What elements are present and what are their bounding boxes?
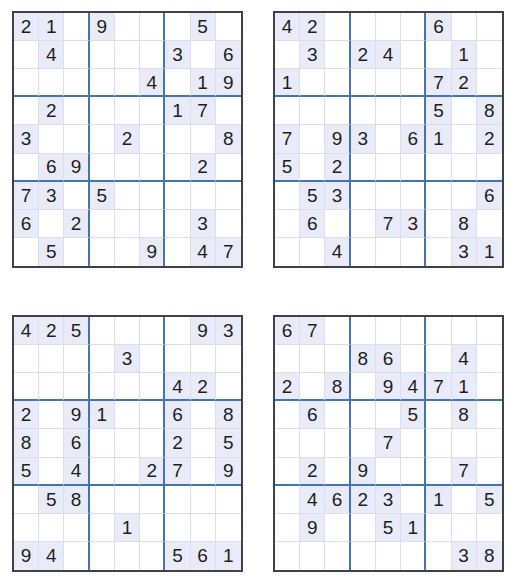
sudoku-cell-r4c3 xyxy=(325,401,350,429)
sudoku-cell-r2c3 xyxy=(64,345,89,373)
sudoku-cell-r7c1 xyxy=(14,486,39,514)
sudoku-cell-r6c5 xyxy=(115,458,140,486)
sudoku-cell-r2c2 xyxy=(39,345,64,373)
sudoku-cell-r6c1: 5 xyxy=(14,458,39,486)
sudoku-cell-r4c8 xyxy=(191,401,216,429)
sudoku-cell-r7c2: 5 xyxy=(300,182,325,210)
sudoku-cell-r1c6 xyxy=(140,13,165,41)
sudoku-cell-r2c4 xyxy=(90,41,115,69)
sudoku-cell-r8c6 xyxy=(140,514,165,542)
sudoku-cell-r9c5 xyxy=(376,542,401,570)
sudoku-cell-r7c2: 5 xyxy=(39,486,64,514)
sudoku-cell-r2c6 xyxy=(401,345,426,373)
sudoku-cell-r6c4 xyxy=(90,154,115,182)
sudoku-cell-r3c9: 9 xyxy=(216,69,241,97)
sudoku-cell-r7c6 xyxy=(401,486,426,514)
sudoku-cell-r2c3 xyxy=(325,41,350,69)
sudoku-cell-r3c5 xyxy=(115,69,140,97)
sudoku-cell-r3c2 xyxy=(300,373,325,401)
sudoku-cell-r8c3 xyxy=(325,210,350,238)
sudoku-cell-r7c9: 6 xyxy=(477,182,502,210)
sudoku-cell-r5c6: 6 xyxy=(401,125,426,153)
sudoku-cell-r3c8: 2 xyxy=(191,373,216,401)
sudoku-cell-r8c7 xyxy=(165,514,190,542)
sudoku-cell-r4c2 xyxy=(300,97,325,125)
sudoku-cell-r8c2: 6 xyxy=(300,210,325,238)
sudoku-cell-r4c9 xyxy=(216,97,241,125)
sudoku-cell-r5c6 xyxy=(140,429,165,457)
sudoku-cell-r3c4 xyxy=(90,69,115,97)
sudoku-cell-r7c3: 8 xyxy=(64,486,89,514)
sudoku-cell-r8c2 xyxy=(39,514,64,542)
sudoku-cell-r5c8 xyxy=(191,429,216,457)
sudoku-cell-r8c6: 3 xyxy=(401,210,426,238)
sudoku-cell-r2c4: 2 xyxy=(351,41,376,69)
sudoku-cell-r7c1: 7 xyxy=(14,182,39,210)
sudoku-cell-r6c9: 9 xyxy=(216,458,241,486)
sudoku-cell-r7c4 xyxy=(90,486,115,514)
sudoku-cell-r7c1 xyxy=(275,182,300,210)
sudoku-cell-r8c9 xyxy=(477,210,502,238)
sudoku-cell-r3c7 xyxy=(165,69,190,97)
sudoku-cell-r7c9 xyxy=(216,486,241,514)
sudoku-cell-r5c4 xyxy=(90,429,115,457)
sudoku-cell-r1c3 xyxy=(325,317,350,345)
sudoku-cell-r3c7: 7 xyxy=(426,69,451,97)
sudoku-cell-r5c1: 7 xyxy=(275,125,300,153)
sudoku-cell-r1c9 xyxy=(477,317,502,345)
sudoku-cell-r7c3: 3 xyxy=(325,182,350,210)
sudoku-cell-r6c7: 7 xyxy=(165,458,190,486)
sudoku-cell-r2c8: 1 xyxy=(452,41,477,69)
sudoku-cell-r5c4 xyxy=(90,125,115,153)
sudoku-cell-r6c8: 2 xyxy=(191,154,216,182)
sudoku-board-bottom-left: 425933422916886255427958194561 xyxy=(12,315,243,572)
sudoku-cell-r9c7 xyxy=(426,238,451,266)
sudoku-cell-r4c8: 7 xyxy=(191,97,216,125)
sudoku-cell-r2c1 xyxy=(275,41,300,69)
sudoku-cell-r3c6: 4 xyxy=(140,69,165,97)
sudoku-cell-r4c3: 9 xyxy=(64,401,89,429)
sudoku-cell-r7c8 xyxy=(452,486,477,514)
sudoku-cell-r3c1: 2 xyxy=(275,373,300,401)
sudoku-cell-r1c1: 6 xyxy=(275,317,300,345)
sudoku-cell-r2c5: 3 xyxy=(115,345,140,373)
sudoku-cell-r3c3 xyxy=(64,69,89,97)
sudoku-cell-r4c8: 8 xyxy=(452,401,477,429)
sudoku-cell-r1c6 xyxy=(401,317,426,345)
sudoku-cell-r7c8 xyxy=(452,182,477,210)
sudoku-board-top-right: 426324117258793612525366738431 xyxy=(273,11,504,268)
sudoku-cell-r1c5 xyxy=(376,13,401,41)
sudoku-cell-r1c4: 9 xyxy=(90,13,115,41)
sudoku-cell-r2c8: 4 xyxy=(452,345,477,373)
sudoku-cell-r5c8 xyxy=(452,429,477,457)
sudoku-cell-r6c8: 7 xyxy=(452,458,477,486)
sudoku-cell-r8c5 xyxy=(115,210,140,238)
sudoku-cell-r3c3 xyxy=(64,373,89,401)
sudoku-cell-r2c5 xyxy=(115,41,140,69)
sudoku-cell-r8c8: 3 xyxy=(191,210,216,238)
sudoku-cell-r2c2 xyxy=(300,345,325,373)
sudoku-cell-r6c6 xyxy=(401,154,426,182)
sudoku-cell-r8c9 xyxy=(216,210,241,238)
sudoku-cell-r3c9 xyxy=(216,373,241,401)
sudoku-cell-r1c5 xyxy=(115,317,140,345)
sudoku-cell-r8c4 xyxy=(351,210,376,238)
sudoku-cell-r9c3 xyxy=(64,238,89,266)
sudoku-cell-r3c5 xyxy=(115,373,140,401)
sudoku-cell-r1c3: 5 xyxy=(64,317,89,345)
sudoku-cell-r1c6 xyxy=(401,13,426,41)
sudoku-cell-r2c9 xyxy=(216,345,241,373)
sudoku-cell-r5c7 xyxy=(426,429,451,457)
sudoku-cell-r3c7: 4 xyxy=(165,373,190,401)
sudoku-cell-r1c7 xyxy=(426,317,451,345)
sudoku-cell-r9c9: 1 xyxy=(477,238,502,266)
sudoku-cell-r6c4 xyxy=(90,458,115,486)
sudoku-board-top-left: 21954364192173286927356235947 xyxy=(12,11,243,268)
sudoku-cell-r5c8 xyxy=(452,125,477,153)
sudoku-cell-r3c6 xyxy=(140,373,165,401)
sudoku-cell-r8c7 xyxy=(165,210,190,238)
sudoku-cell-r7c9 xyxy=(216,182,241,210)
sudoku-cell-r7c7 xyxy=(165,486,190,514)
sudoku-cell-r9c6: 9 xyxy=(140,238,165,266)
sudoku-board-bottom-right: 67864289471658729746231595138 xyxy=(273,315,504,572)
sudoku-cell-r2c8 xyxy=(191,345,216,373)
sudoku-worksheet: 21954364192173286927356235947 4263241172… xyxy=(0,0,515,583)
sudoku-cell-r2c3 xyxy=(325,345,350,373)
sudoku-cell-r8c7 xyxy=(426,514,451,542)
sudoku-cell-r9c5 xyxy=(115,238,140,266)
sudoku-cell-r2c3 xyxy=(64,41,89,69)
sudoku-cell-r5c4: 3 xyxy=(351,125,376,153)
sudoku-cell-r2c9 xyxy=(477,345,502,373)
sudoku-cell-r8c1 xyxy=(275,514,300,542)
sudoku-cell-r7c3: 6 xyxy=(325,486,350,514)
sudoku-cell-r2c2: 3 xyxy=(300,41,325,69)
sudoku-cell-r2c4 xyxy=(90,345,115,373)
sudoku-cell-r4c9: 8 xyxy=(477,97,502,125)
sudoku-cell-r9c1 xyxy=(275,238,300,266)
sudoku-cell-r2c9 xyxy=(477,41,502,69)
sudoku-cell-r1c9 xyxy=(216,13,241,41)
sudoku-cell-r7c2: 3 xyxy=(39,182,64,210)
sudoku-cell-r6c2: 6 xyxy=(39,154,64,182)
sudoku-cell-r5c1: 8 xyxy=(14,429,39,457)
sudoku-cell-r6c3: 4 xyxy=(64,458,89,486)
sudoku-cell-r9c4 xyxy=(351,238,376,266)
sudoku-cell-r2c1 xyxy=(14,41,39,69)
sudoku-cell-r6c2 xyxy=(300,154,325,182)
sudoku-cell-r9c5 xyxy=(115,542,140,570)
sudoku-cell-r9c7 xyxy=(165,238,190,266)
sudoku-cell-r2c6 xyxy=(140,41,165,69)
sudoku-cell-r7c5 xyxy=(115,182,140,210)
sudoku-cell-r6c9 xyxy=(216,154,241,182)
sudoku-cell-r6c7 xyxy=(165,154,190,182)
sudoku-cell-r1c3 xyxy=(325,13,350,41)
sudoku-cell-r5c9: 5 xyxy=(216,429,241,457)
sudoku-cell-r2c7 xyxy=(426,41,451,69)
sudoku-cell-r4c6: 5 xyxy=(401,401,426,429)
sudoku-cell-r5c6 xyxy=(140,125,165,153)
sudoku-cell-r9c9: 8 xyxy=(477,542,502,570)
sudoku-cell-r4c4 xyxy=(351,97,376,125)
sudoku-cell-r5c2 xyxy=(300,125,325,153)
sudoku-cell-r9c8: 3 xyxy=(452,542,477,570)
sudoku-cell-r8c6: 1 xyxy=(401,514,426,542)
sudoku-cell-r7c6 xyxy=(401,182,426,210)
sudoku-cell-r1c7 xyxy=(165,13,190,41)
sudoku-cell-r9c1 xyxy=(275,542,300,570)
sudoku-cell-r4c6 xyxy=(140,97,165,125)
sudoku-cell-r4c7: 1 xyxy=(165,97,190,125)
sudoku-cell-r5c2 xyxy=(300,429,325,457)
sudoku-cell-r6c5 xyxy=(376,154,401,182)
sudoku-cell-r3c4 xyxy=(90,373,115,401)
sudoku-cell-r4c6 xyxy=(140,401,165,429)
sudoku-cell-r6c1: 5 xyxy=(275,154,300,182)
sudoku-cell-r1c2: 2 xyxy=(300,13,325,41)
sudoku-cell-r4c3 xyxy=(325,97,350,125)
sudoku-cell-r5c3 xyxy=(325,429,350,457)
sudoku-cell-r4c4 xyxy=(90,97,115,125)
sudoku-cell-r6c6: 2 xyxy=(140,458,165,486)
sudoku-cell-r6c8 xyxy=(191,458,216,486)
sudoku-cell-r6c1 xyxy=(14,154,39,182)
sudoku-cell-r1c4 xyxy=(351,317,376,345)
sudoku-cell-r6c5 xyxy=(115,154,140,182)
sudoku-cell-r2c7 xyxy=(165,345,190,373)
sudoku-cell-r1c7 xyxy=(165,317,190,345)
sudoku-cell-r9c7 xyxy=(426,542,451,570)
sudoku-cell-r6c9 xyxy=(477,154,502,182)
sudoku-cell-r3c7: 7 xyxy=(426,373,451,401)
sudoku-cell-r5c2 xyxy=(39,429,64,457)
sudoku-cell-r6c3 xyxy=(325,458,350,486)
sudoku-cell-r9c3 xyxy=(325,542,350,570)
sudoku-cell-r7c9: 5 xyxy=(477,486,502,514)
sudoku-cell-r8c4 xyxy=(351,514,376,542)
sudoku-cell-r3c4 xyxy=(351,69,376,97)
sudoku-cell-r8c4 xyxy=(90,210,115,238)
sudoku-cell-r7c4: 2 xyxy=(351,486,376,514)
sudoku-cell-r9c7: 5 xyxy=(165,542,190,570)
sudoku-cell-r4c4 xyxy=(351,401,376,429)
sudoku-cell-r4c1: 2 xyxy=(14,401,39,429)
sudoku-cell-r1c4 xyxy=(351,13,376,41)
sudoku-cell-r9c8: 4 xyxy=(191,238,216,266)
sudoku-cell-r8c1 xyxy=(275,210,300,238)
sudoku-cell-r9c8: 3 xyxy=(452,238,477,266)
sudoku-cell-r1c7: 6 xyxy=(426,13,451,41)
sudoku-cell-r7c1 xyxy=(275,486,300,514)
sudoku-cell-r6c6 xyxy=(401,458,426,486)
sudoku-cell-r5c9 xyxy=(477,429,502,457)
sudoku-cell-r3c1: 1 xyxy=(275,69,300,97)
sudoku-cell-r5c3: 6 xyxy=(64,429,89,457)
sudoku-cell-r8c5: 1 xyxy=(115,514,140,542)
sudoku-cell-r1c2: 2 xyxy=(39,317,64,345)
sudoku-cell-r1c8 xyxy=(452,317,477,345)
sudoku-cell-r9c8: 6 xyxy=(191,542,216,570)
sudoku-cell-r2c7: 3 xyxy=(165,41,190,69)
sudoku-cell-r7c6 xyxy=(140,182,165,210)
sudoku-cell-r9c3: 4 xyxy=(325,238,350,266)
sudoku-cell-r6c2 xyxy=(39,458,64,486)
sudoku-cell-r1c8 xyxy=(452,13,477,41)
sudoku-cell-r6c3: 9 xyxy=(64,154,89,182)
sudoku-cell-r1c1: 2 xyxy=(14,13,39,41)
sudoku-cell-r8c8: 8 xyxy=(452,210,477,238)
sudoku-cell-r6c7 xyxy=(426,458,451,486)
sudoku-cell-r5c5: 7 xyxy=(376,429,401,457)
sudoku-cell-r6c8 xyxy=(452,154,477,182)
sudoku-cell-r2c8 xyxy=(191,41,216,69)
sudoku-cell-r9c4 xyxy=(90,542,115,570)
sudoku-cell-r9c4 xyxy=(351,542,376,570)
sudoku-cell-r5c1: 3 xyxy=(14,125,39,153)
sudoku-cell-r3c9 xyxy=(477,373,502,401)
sudoku-cell-r1c8: 5 xyxy=(191,13,216,41)
sudoku-cell-r5c7 xyxy=(165,125,190,153)
sudoku-cell-r5c7: 2 xyxy=(165,429,190,457)
sudoku-cell-r8c3 xyxy=(64,514,89,542)
sudoku-cell-r7c4 xyxy=(351,182,376,210)
sudoku-cell-r3c2 xyxy=(300,69,325,97)
sudoku-cell-r4c5 xyxy=(115,401,140,429)
sudoku-cell-r8c2 xyxy=(39,210,64,238)
sudoku-cell-r5c5 xyxy=(115,429,140,457)
sudoku-cell-r2c4: 8 xyxy=(351,345,376,373)
sudoku-cell-r8c2: 9 xyxy=(300,514,325,542)
sudoku-cell-r2c1 xyxy=(275,345,300,373)
sudoku-cell-r8c9 xyxy=(216,514,241,542)
sudoku-cell-r8c5: 7 xyxy=(376,210,401,238)
sudoku-cell-r7c7 xyxy=(165,182,190,210)
sudoku-cell-r6c9 xyxy=(477,458,502,486)
sudoku-cell-r7c7 xyxy=(426,182,451,210)
sudoku-cell-r4c9: 8 xyxy=(216,401,241,429)
sudoku-cell-r5c9: 8 xyxy=(216,125,241,153)
sudoku-cell-r3c2 xyxy=(39,69,64,97)
sudoku-cell-r8c3 xyxy=(325,514,350,542)
sudoku-cell-r7c8 xyxy=(191,486,216,514)
sudoku-cell-r1c2: 7 xyxy=(300,317,325,345)
sudoku-cell-r8c1: 6 xyxy=(14,210,39,238)
sudoku-cell-r9c6 xyxy=(401,238,426,266)
sudoku-cell-r3c3 xyxy=(325,69,350,97)
sudoku-cell-r1c9 xyxy=(477,13,502,41)
sudoku-cell-r9c2 xyxy=(300,238,325,266)
sudoku-cell-r1c1: 4 xyxy=(14,317,39,345)
sudoku-cell-r9c1 xyxy=(14,238,39,266)
sudoku-cell-r6c4 xyxy=(351,154,376,182)
sudoku-cell-r8c1 xyxy=(14,514,39,542)
sudoku-cell-r4c2: 2 xyxy=(39,97,64,125)
sudoku-cell-r7c3 xyxy=(64,182,89,210)
sudoku-cell-r3c2 xyxy=(39,373,64,401)
sudoku-cell-r5c7: 1 xyxy=(426,125,451,153)
sudoku-cell-r6c1 xyxy=(275,458,300,486)
sudoku-cell-r5c4 xyxy=(351,429,376,457)
sudoku-cell-r9c9: 1 xyxy=(216,542,241,570)
sudoku-cell-r5c5: 2 xyxy=(115,125,140,153)
sudoku-cell-r4c3 xyxy=(64,97,89,125)
sudoku-cell-r3c6: 4 xyxy=(401,373,426,401)
sudoku-cell-r6c6 xyxy=(140,154,165,182)
sudoku-cell-r4c2: 6 xyxy=(300,401,325,429)
sudoku-cell-r4c1 xyxy=(275,97,300,125)
sudoku-cell-r9c2: 4 xyxy=(39,542,64,570)
sudoku-cell-r2c2: 4 xyxy=(39,41,64,69)
sudoku-cell-r1c2: 1 xyxy=(39,13,64,41)
sudoku-cell-r6c7 xyxy=(426,154,451,182)
sudoku-cell-r8c5: 5 xyxy=(376,514,401,542)
sudoku-cell-r1c5 xyxy=(115,13,140,41)
sudoku-cell-r8c8 xyxy=(191,514,216,542)
sudoku-cell-r9c5 xyxy=(376,238,401,266)
sudoku-cell-r2c7 xyxy=(426,345,451,373)
sudoku-cell-r6c5 xyxy=(376,458,401,486)
sudoku-cell-r4c7: 5 xyxy=(426,97,451,125)
sudoku-cell-r9c6 xyxy=(140,542,165,570)
sudoku-cell-r9c4 xyxy=(90,238,115,266)
sudoku-cell-r3c1 xyxy=(14,373,39,401)
sudoku-cell-r5c6 xyxy=(401,429,426,457)
sudoku-cell-r7c6 xyxy=(140,486,165,514)
sudoku-cell-r7c2: 4 xyxy=(300,486,325,514)
sudoku-cell-r9c1: 9 xyxy=(14,542,39,570)
sudoku-cell-r8c7 xyxy=(426,210,451,238)
sudoku-cell-r4c1 xyxy=(275,401,300,429)
sudoku-cell-r8c9 xyxy=(477,514,502,542)
sudoku-cell-r8c8 xyxy=(452,514,477,542)
sudoku-cell-r5c3: 9 xyxy=(325,125,350,153)
sudoku-cell-r9c3 xyxy=(64,542,89,570)
sudoku-cell-r1c4 xyxy=(90,317,115,345)
sudoku-cell-r4c6 xyxy=(401,97,426,125)
sudoku-cell-r7c8 xyxy=(191,182,216,210)
sudoku-cell-r5c3 xyxy=(64,125,89,153)
sudoku-cell-r4c7 xyxy=(426,401,451,429)
sudoku-cell-r4c4: 1 xyxy=(90,401,115,429)
sudoku-cell-r2c6 xyxy=(140,345,165,373)
sudoku-cell-r9c2: 5 xyxy=(39,238,64,266)
sudoku-cell-r2c9: 6 xyxy=(216,41,241,69)
sudoku-cell-r3c1 xyxy=(14,69,39,97)
sudoku-cell-r2c1 xyxy=(14,345,39,373)
sudoku-cell-r5c9: 2 xyxy=(477,125,502,153)
sudoku-cell-r1c3 xyxy=(64,13,89,41)
sudoku-cell-r3c5 xyxy=(376,69,401,97)
sudoku-cell-r3c9 xyxy=(477,69,502,97)
sudoku-cell-r7c7: 1 xyxy=(426,486,451,514)
sudoku-cell-r7c5 xyxy=(115,486,140,514)
sudoku-cell-r3c5: 9 xyxy=(376,373,401,401)
sudoku-cell-r3c8: 1 xyxy=(452,373,477,401)
sudoku-cell-r2c6 xyxy=(401,41,426,69)
sudoku-cell-r1c8: 9 xyxy=(191,317,216,345)
sudoku-cell-r5c2 xyxy=(39,125,64,153)
sudoku-cell-r6c3: 2 xyxy=(325,154,350,182)
sudoku-cell-r7c5: 3 xyxy=(376,486,401,514)
sudoku-cell-r9c6 xyxy=(401,542,426,570)
sudoku-cell-r4c8 xyxy=(452,97,477,125)
sudoku-cell-r4c2 xyxy=(39,401,64,429)
